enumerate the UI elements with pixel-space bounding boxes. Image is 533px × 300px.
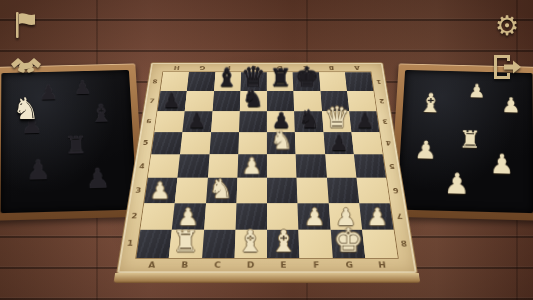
square-d7[interactable]: ♞ bbox=[240, 91, 267, 111]
settings-button[interactable]: ⚙ bbox=[489, 7, 525, 43]
board-scene: ABCDEFGH ABCDEFGH 87654321 87654321 ♝♛♜♚… bbox=[0, 0, 533, 300]
file-labels-top: ABCDEFGH bbox=[163, 63, 370, 71]
coord-label: 5 bbox=[141, 132, 150, 154]
chess-app-screen: ♟♟♝♟♜♟♟ ♝♟♟♜♟♟♟ ABCDEFGH ABCDEFGH 876543… bbox=[0, 0, 533, 300]
coord-label: 5 bbox=[387, 154, 396, 178]
square-b6[interactable]: ♟ bbox=[183, 111, 213, 132]
square-d1[interactable]: ♝ bbox=[234, 230, 267, 258]
white-pawn-f2[interactable]: ♟ bbox=[304, 205, 325, 229]
coord-label: 6 bbox=[391, 178, 401, 203]
black-knight-f6[interactable]: ♞ bbox=[298, 107, 320, 131]
square-a6[interactable] bbox=[154, 111, 184, 132]
coord-label: 7 bbox=[395, 203, 405, 230]
white-bishop-e1[interactable]: ♝ bbox=[270, 227, 297, 257]
square-f2[interactable]: ♟ bbox=[298, 203, 331, 230]
coord-label: H bbox=[163, 63, 190, 71]
black-pawn-a7[interactable]: ♟ bbox=[162, 90, 180, 111]
white-knight-e5[interactable]: ♞ bbox=[270, 128, 293, 153]
square-a2[interactable] bbox=[140, 203, 175, 230]
square-h3[interactable] bbox=[356, 178, 389, 203]
coord-label: 2 bbox=[129, 203, 139, 230]
square-h4[interactable] bbox=[354, 154, 386, 178]
white-pawn-d4[interactable]: ♟ bbox=[242, 155, 262, 177]
square-e1[interactable]: ♝ bbox=[267, 230, 300, 258]
square-g1[interactable]: ♚ bbox=[330, 230, 365, 258]
coord-label: H bbox=[365, 259, 400, 272]
white-pawn-h2[interactable]: ♟ bbox=[367, 205, 388, 229]
black-rook-e8[interactable]: ♜ bbox=[269, 66, 291, 90]
square-f6[interactable]: ♞ bbox=[294, 111, 323, 132]
coord-label: 1 bbox=[125, 230, 135, 258]
square-c5[interactable] bbox=[209, 132, 239, 154]
hint-knight-button[interactable]: ♞ bbox=[8, 91, 44, 127]
coord-label: 4 bbox=[137, 154, 146, 178]
square-d4[interactable]: ♟ bbox=[237, 154, 267, 178]
square-b5[interactable] bbox=[180, 132, 211, 154]
file-labels-bottom: ABCDEFGH bbox=[134, 259, 399, 272]
coord-label: B bbox=[167, 259, 201, 272]
square-c8[interactable]: ♝ bbox=[214, 72, 241, 91]
coord-label: A bbox=[134, 259, 169, 272]
coord-label: E bbox=[267, 259, 300, 272]
square-c7[interactable] bbox=[212, 91, 240, 111]
square-a4[interactable] bbox=[148, 154, 180, 178]
square-h6[interactable]: ♟ bbox=[349, 111, 379, 132]
white-queen-g6[interactable]: ♛ bbox=[324, 103, 350, 132]
coord-label: D bbox=[234, 259, 267, 272]
square-c1[interactable] bbox=[202, 230, 236, 258]
square-e8[interactable]: ♜ bbox=[267, 72, 294, 91]
coord-label: 3 bbox=[134, 178, 144, 203]
square-e5[interactable]: ♞ bbox=[267, 132, 296, 154]
square-a7[interactable]: ♟ bbox=[158, 91, 188, 111]
coord-label: 2 bbox=[378, 91, 386, 111]
square-h8[interactable] bbox=[345, 72, 374, 91]
coord-label: A bbox=[344, 63, 371, 71]
coord-label: G bbox=[332, 259, 366, 272]
square-g8[interactable] bbox=[319, 72, 347, 91]
square-c6[interactable] bbox=[211, 111, 240, 132]
coord-label: G bbox=[189, 63, 216, 71]
coord-label: 4 bbox=[384, 132, 393, 154]
square-b1[interactable]: ♜ bbox=[169, 230, 204, 258]
square-d3[interactable] bbox=[236, 178, 267, 203]
black-bishop-c8[interactable]: ♝ bbox=[216, 66, 238, 91]
square-e4[interactable] bbox=[267, 154, 297, 178]
square-f3[interactable] bbox=[297, 178, 329, 203]
square-f1[interactable] bbox=[299, 230, 333, 258]
square-d5[interactable] bbox=[238, 132, 267, 154]
square-g3[interactable] bbox=[326, 178, 359, 203]
coord-label: 8 bbox=[399, 230, 409, 258]
white-bishop-d1[interactable]: ♝ bbox=[237, 227, 264, 257]
gear-icon: ⚙ bbox=[495, 12, 519, 39]
black-knight-d7[interactable]: ♞ bbox=[243, 87, 264, 111]
black-pawn-g5[interactable]: ♟ bbox=[329, 132, 348, 154]
white-pawn-a3[interactable]: ♟ bbox=[149, 179, 170, 202]
white-knight-c3[interactable]: ♞ bbox=[209, 175, 233, 202]
coord-label: 8 bbox=[151, 72, 159, 91]
black-pawn-b6[interactable]: ♟ bbox=[187, 110, 206, 131]
square-g6[interactable]: ♛ bbox=[322, 111, 352, 132]
square-g5[interactable]: ♟ bbox=[323, 132, 354, 154]
square-a3[interactable]: ♟ bbox=[144, 178, 177, 203]
white-king-g1[interactable]: ♚ bbox=[334, 224, 364, 257]
square-f4[interactable] bbox=[296, 154, 327, 178]
coord-label: C bbox=[201, 259, 235, 272]
coord-label: 7 bbox=[148, 91, 156, 111]
coord-label: 6 bbox=[145, 111, 153, 132]
square-h5[interactable] bbox=[351, 132, 382, 154]
square-b4[interactable] bbox=[178, 154, 209, 178]
square-e3[interactable] bbox=[267, 178, 298, 203]
square-h2[interactable]: ♟ bbox=[359, 203, 394, 230]
black-king-f8[interactable]: ♚ bbox=[295, 63, 319, 90]
knight-icon: ♞ bbox=[13, 94, 40, 124]
square-f5[interactable] bbox=[295, 132, 325, 154]
square-c2[interactable] bbox=[204, 203, 237, 230]
chess-board[interactable]: ABCDEFGH ABCDEFGH 87654321 87654321 ♝♛♜♚… bbox=[116, 62, 418, 274]
exit-button[interactable] bbox=[489, 49, 525, 85]
coord-label: B bbox=[318, 63, 345, 71]
square-b8[interactable] bbox=[187, 72, 215, 91]
draw-offer-button[interactable] bbox=[8, 49, 44, 85]
square-d6[interactable] bbox=[239, 111, 267, 132]
black-pawn-h6[interactable]: ♟ bbox=[356, 110, 375, 131]
flag-icon bbox=[11, 10, 41, 40]
exit-icon bbox=[492, 53, 522, 81]
square-h1[interactable] bbox=[362, 230, 398, 258]
coord-label: 1 bbox=[375, 72, 383, 91]
square-a5[interactable] bbox=[151, 132, 182, 154]
square-a1[interactable] bbox=[136, 230, 172, 258]
square-c3[interactable]: ♞ bbox=[206, 178, 238, 203]
square-f8[interactable]: ♚ bbox=[293, 72, 320, 91]
square-b3[interactable] bbox=[175, 178, 207, 203]
board-squares[interactable]: ♝♛♜♚♟♞♟♟♞♛♟♞♟♟♟♞♟♟♟♟♜♝♝♚ bbox=[136, 72, 397, 258]
handshake-icon bbox=[10, 52, 42, 82]
coord-label: 3 bbox=[381, 111, 389, 132]
resign-button[interactable] bbox=[8, 7, 44, 43]
square-g4[interactable] bbox=[325, 154, 356, 178]
coord-label: F bbox=[300, 259, 334, 272]
white-rook-b1[interactable]: ♜ bbox=[172, 228, 198, 257]
